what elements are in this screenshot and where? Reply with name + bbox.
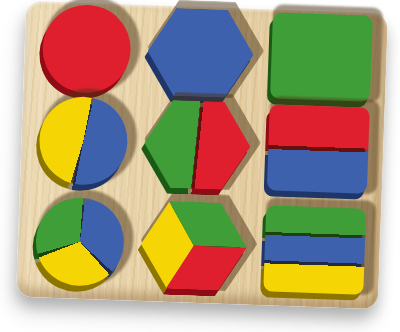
cell-r0c1-hexagon-whole[interactable] (146, 7, 255, 99)
piece-square-red-blue[interactable] (267, 104, 370, 193)
piece-square-green-blue-yellow[interactable] (263, 205, 366, 294)
piece-stack-hexagon (139, 200, 248, 292)
piece-square-green[interactable] (270, 12, 373, 101)
cell-r1c0-circle-halves[interactable] (34, 95, 133, 186)
cell-r1c1-hexagon-halves[interactable] (143, 99, 252, 191)
cell-r2c2-square-thirds[interactable] (260, 204, 369, 296)
puzzle-photo (0, 0, 400, 332)
piece-stack-hexagon (146, 7, 255, 99)
cell-r0c0-circle-whole[interactable] (37, 3, 136, 94)
piece-stack-square (270, 12, 373, 101)
cell-r2c1-hexagon-thirds[interactable] (139, 200, 248, 292)
piece-stack-circle (34, 196, 125, 287)
puzzle-board (16, 1, 388, 309)
cell-r0c2-square-whole[interactable] (267, 11, 376, 103)
piece-stack-square (267, 104, 370, 193)
piece-stack-circle (38, 95, 129, 186)
piece-stack-circle (41, 3, 132, 94)
piece-stack-square (263, 205, 366, 294)
cell-r2c0-circle-thirds[interactable] (30, 196, 129, 287)
cell-r1c2-square-halves[interactable] (264, 103, 373, 195)
piece-stack-hexagon (143, 99, 252, 191)
